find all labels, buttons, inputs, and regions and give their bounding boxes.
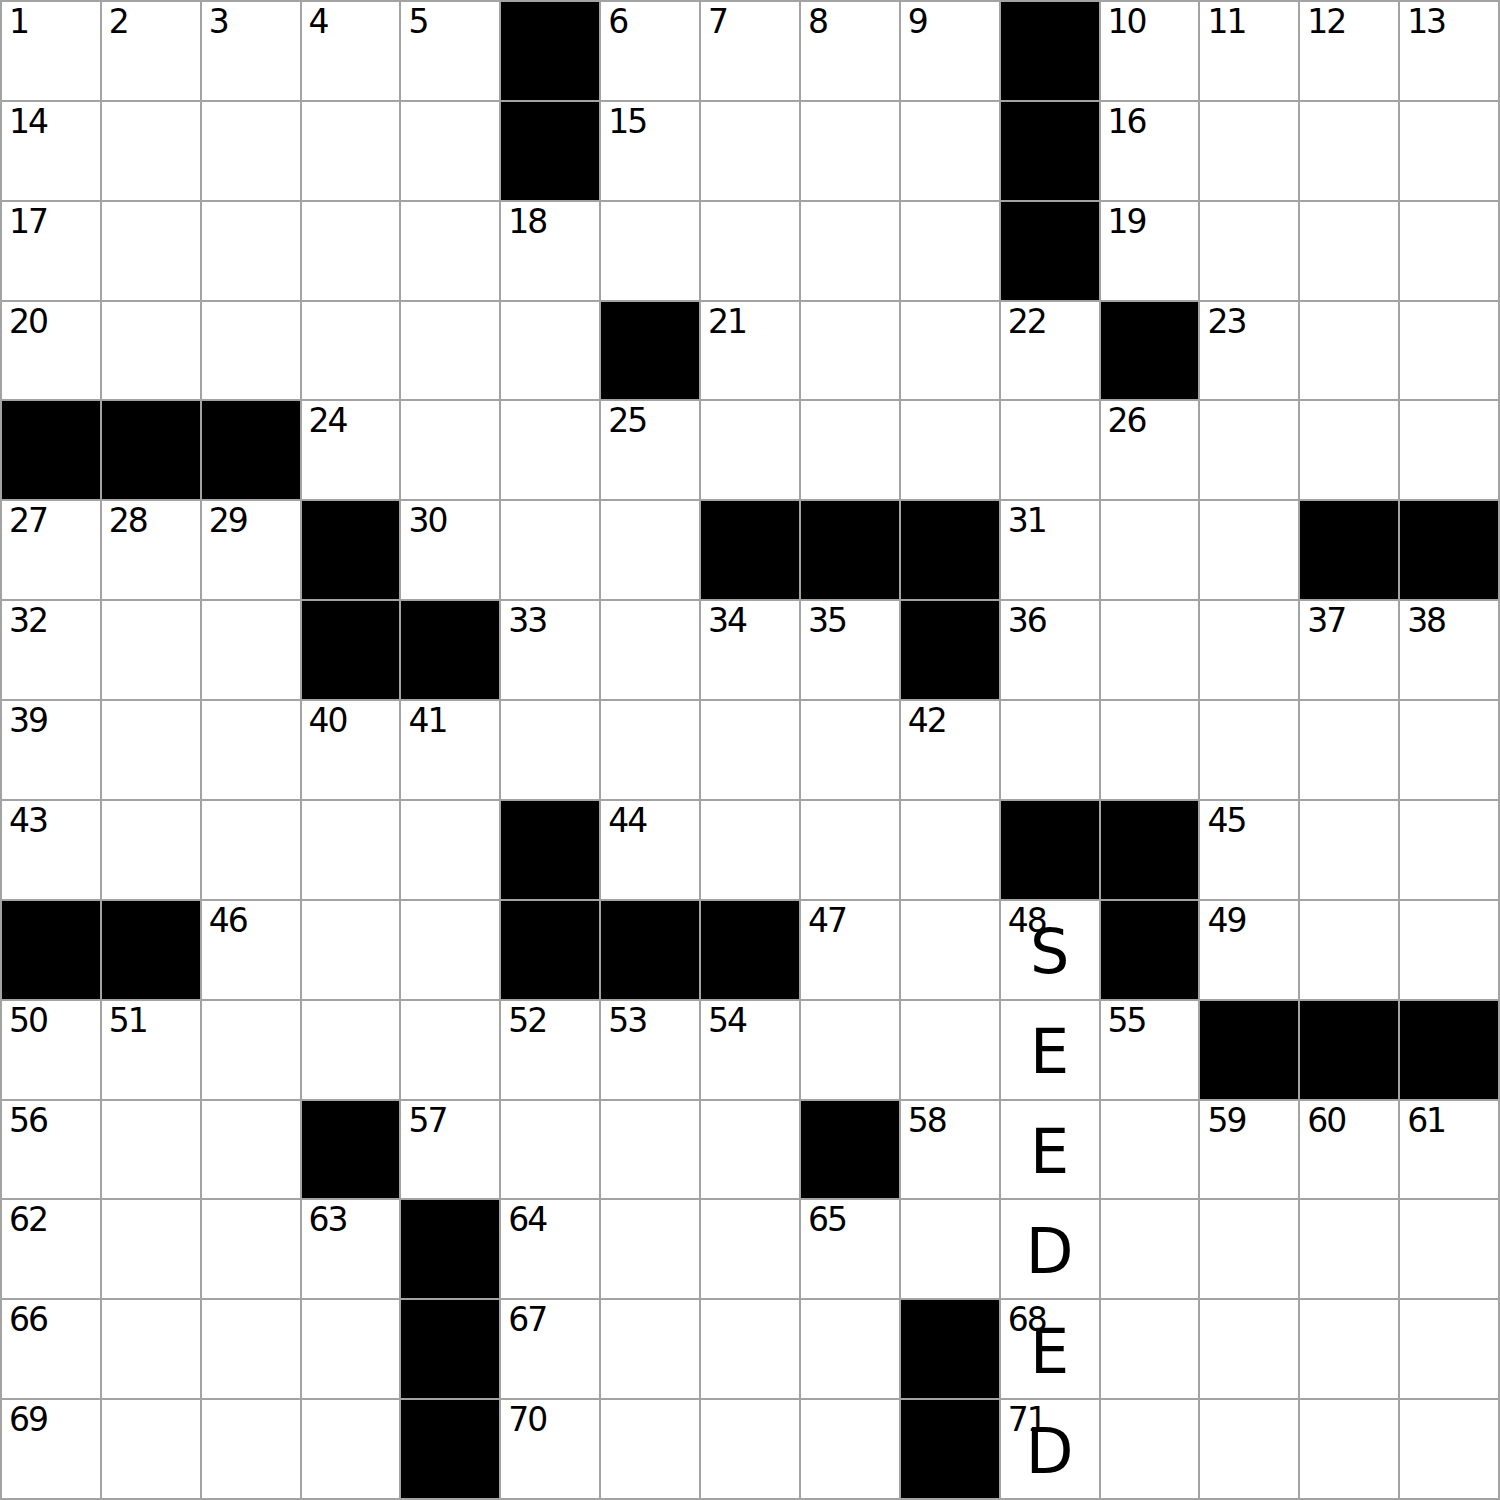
cell-r3-c0[interactable]: 20	[2, 302, 100, 400]
cell-r2-c7[interactable]	[701, 202, 799, 300]
cell-r3-c4[interactable]	[401, 302, 499, 400]
cell-r0-c11[interactable]: 10	[1101, 2, 1199, 100]
block-r11-c3	[302, 1101, 400, 1199]
clue-number-12: 12	[1307, 5, 1345, 40]
clue-number-67: 67	[508, 1303, 546, 1338]
fill-letter-r10-c10: E	[1001, 1001, 1099, 1099]
block-r3-c11	[1101, 302, 1199, 400]
cell-r12-c1[interactable]	[102, 1200, 200, 1298]
cell-r6-c1[interactable]	[102, 601, 200, 699]
cell-r7-c14[interactable]	[1400, 701, 1498, 799]
cell-r1-c12[interactable]	[1200, 102, 1298, 200]
cell-r14-c2[interactable]	[202, 1400, 300, 1498]
cell-r4-c5[interactable]	[501, 401, 599, 499]
cell-r9-c12[interactable]: 49	[1200, 901, 1298, 999]
cell-r5-c0[interactable]: 27	[2, 501, 100, 599]
cell-r6-c0[interactable]: 32	[2, 601, 100, 699]
cell-r3-c5[interactable]	[501, 302, 599, 400]
cell-r0-c12[interactable]: 11	[1200, 2, 1298, 100]
clue-number-42: 42	[908, 704, 946, 739]
cell-r1-c3[interactable]	[302, 102, 400, 200]
clue-number-45: 45	[1207, 804, 1245, 839]
cell-r5-c11[interactable]	[1101, 501, 1199, 599]
cell-r6-c7[interactable]: 34	[701, 601, 799, 699]
cell-r0-c7[interactable]: 7	[701, 2, 799, 100]
clue-number-35: 35	[808, 604, 846, 639]
cell-r11-c1[interactable]	[102, 1101, 200, 1199]
cell-r3-c9[interactable]	[901, 302, 999, 400]
cell-r0-c0[interactable]: 1	[2, 2, 100, 100]
cell-r4-c6[interactable]: 25	[601, 401, 699, 499]
clue-number-14: 14	[9, 105, 47, 140]
clue-number-31: 31	[1008, 504, 1046, 539]
cell-r12-c0[interactable]: 62	[2, 1200, 100, 1298]
clue-number-69: 69	[9, 1403, 47, 1438]
clue-number-6: 6	[608, 5, 627, 40]
cell-r10-c7[interactable]: 54	[701, 1001, 799, 1099]
block-r6-c3	[302, 601, 400, 699]
cell-r13-c10[interactable]: 68E	[1001, 1300, 1099, 1398]
clue-number-52: 52	[508, 1004, 546, 1039]
clue-number-27: 27	[9, 504, 47, 539]
cell-r7-c8[interactable]	[801, 701, 899, 799]
block-r14-c4	[401, 1400, 499, 1498]
clue-number-70: 70	[508, 1403, 546, 1438]
clue-number-62: 62	[9, 1203, 47, 1238]
cell-r10-c10[interactable]: E	[1001, 1001, 1099, 1099]
cell-r11-c7[interactable]	[701, 1101, 799, 1199]
cell-r1-c4[interactable]	[401, 102, 499, 200]
clue-number-36: 36	[1008, 604, 1046, 639]
clue-number-16: 16	[1108, 105, 1146, 140]
cell-r11-c10[interactable]: E	[1001, 1101, 1099, 1199]
block-r9-c7	[701, 901, 799, 999]
clue-number-34: 34	[708, 604, 746, 639]
cell-r0-c9[interactable]: 9	[901, 2, 999, 100]
cell-r11-c0[interactable]: 56	[2, 1101, 100, 1199]
block-r9-c0	[2, 901, 100, 999]
cell-r14-c1[interactable]	[102, 1400, 200, 1498]
cell-r12-c6[interactable]	[601, 1200, 699, 1298]
clue-number-40: 40	[309, 704, 347, 739]
clue-number-20: 20	[9, 305, 47, 340]
clue-number-49: 49	[1207, 904, 1245, 939]
cell-r12-c13[interactable]	[1300, 1200, 1398, 1298]
clue-number-53: 53	[608, 1004, 646, 1039]
cell-r6-c12[interactable]	[1200, 601, 1298, 699]
block-r10-c12	[1200, 1001, 1298, 1099]
block-r4-c2	[202, 401, 300, 499]
cell-r8-c3[interactable]	[302, 801, 400, 899]
cell-r13-c13[interactable]	[1300, 1300, 1398, 1398]
cell-r9-c2[interactable]: 46	[202, 901, 300, 999]
cell-r8-c9[interactable]	[901, 801, 999, 899]
block-r8-c5	[501, 801, 599, 899]
cell-r4-c9[interactable]	[901, 401, 999, 499]
clue-number-2: 2	[109, 5, 128, 40]
cell-r14-c6[interactable]	[601, 1400, 699, 1498]
clue-number-57: 57	[408, 1104, 446, 1139]
clue-number-13: 13	[1407, 5, 1445, 40]
cell-r14-c5[interactable]: 70	[501, 1400, 599, 1498]
cell-r6-c5[interactable]: 33	[501, 601, 599, 699]
block-r1-c10	[1001, 102, 1099, 200]
cell-r9-c9[interactable]	[901, 901, 999, 999]
clue-number-15: 15	[608, 105, 646, 140]
cell-r6-c8[interactable]: 35	[801, 601, 899, 699]
cell-r7-c2[interactable]	[202, 701, 300, 799]
block-r0-c5	[501, 2, 599, 100]
cell-r3-c1[interactable]	[102, 302, 200, 400]
cell-r6-c13[interactable]: 37	[1300, 601, 1398, 699]
cell-r7-c9[interactable]: 42	[901, 701, 999, 799]
cell-r7-c10[interactable]	[1001, 701, 1099, 799]
cell-r4-c13[interactable]	[1300, 401, 1398, 499]
cell-r5-c5[interactable]	[501, 501, 599, 599]
cell-r13-c7[interactable]	[701, 1300, 799, 1398]
cell-r8-c8[interactable]	[801, 801, 899, 899]
cell-r14-c14[interactable]	[1400, 1400, 1498, 1498]
cell-r7-c4[interactable]: 41	[401, 701, 499, 799]
cell-r7-c7[interactable]	[701, 701, 799, 799]
cell-r7-c11[interactable]	[1101, 701, 1199, 799]
cell-r3-c14[interactable]	[1400, 302, 1498, 400]
cell-r2-c4[interactable]	[401, 202, 499, 300]
cell-r1-c0[interactable]: 14	[2, 102, 100, 200]
cell-r1-c14[interactable]	[1400, 102, 1498, 200]
clue-number-58: 58	[908, 1104, 946, 1139]
cell-r2-c11[interactable]: 19	[1101, 202, 1199, 300]
cell-r7-c6[interactable]	[601, 701, 699, 799]
clue-number-11: 11	[1207, 5, 1245, 40]
cell-r1-c13[interactable]	[1300, 102, 1398, 200]
clue-number-25: 25	[608, 404, 646, 439]
cell-r12-c9[interactable]	[901, 1200, 999, 1298]
cell-r13-c3[interactable]	[302, 1300, 400, 1398]
clue-number-63: 63	[309, 1203, 347, 1238]
cell-r2-c0[interactable]: 17	[2, 202, 100, 300]
clue-number-29: 29	[209, 504, 247, 539]
block-r9-c5	[501, 901, 599, 999]
cell-r2-c1[interactable]	[102, 202, 200, 300]
cell-r7-c1[interactable]	[102, 701, 200, 799]
block-r11-c8	[801, 1101, 899, 1199]
cell-r14-c3[interactable]	[302, 1400, 400, 1498]
cell-r14-c13[interactable]	[1300, 1400, 1398, 1498]
cell-r12-c12[interactable]	[1200, 1200, 1298, 1298]
cell-r14-c11[interactable]	[1101, 1400, 1199, 1498]
cell-r2-c13[interactable]	[1300, 202, 1398, 300]
cell-r6-c10[interactable]: 36	[1001, 601, 1099, 699]
cell-r3-c10[interactable]: 22	[1001, 302, 1099, 400]
clue-number-46: 46	[209, 904, 247, 939]
cell-r11-c12[interactable]: 59	[1200, 1101, 1298, 1199]
block-r13-c4	[401, 1300, 499, 1398]
cell-r4-c8[interactable]	[801, 401, 899, 499]
cell-r13-c1[interactable]	[102, 1300, 200, 1398]
cell-r5-c12[interactable]	[1200, 501, 1298, 599]
clue-number-21: 21	[708, 305, 746, 340]
cell-r3-c7[interactable]: 21	[701, 302, 799, 400]
clue-number-44: 44	[608, 804, 646, 839]
cell-r3-c3[interactable]	[302, 302, 400, 400]
cell-r9-c13[interactable]	[1300, 901, 1398, 999]
cell-r10-c3[interactable]	[302, 1001, 400, 1099]
cell-r8-c2[interactable]	[202, 801, 300, 899]
cell-r5-c4[interactable]: 30	[401, 501, 499, 599]
cell-r10-c9[interactable]	[901, 1001, 999, 1099]
clue-number-3: 3	[209, 5, 228, 40]
cell-r8-c1[interactable]	[102, 801, 200, 899]
cell-r2-c5[interactable]: 18	[501, 202, 599, 300]
cell-r7-c0[interactable]: 39	[2, 701, 100, 799]
block-r12-c4	[401, 1200, 499, 1298]
cell-r2-c6[interactable]	[601, 202, 699, 300]
cell-r9-c14[interactable]	[1400, 901, 1498, 999]
clue-number-7: 7	[708, 5, 727, 40]
clue-number-39: 39	[9, 704, 47, 739]
cell-r12-c8[interactable]: 65	[801, 1200, 899, 1298]
cell-r14-c12[interactable]	[1200, 1400, 1298, 1498]
cell-r11-c9[interactable]: 58	[901, 1101, 999, 1199]
cell-r7-c3[interactable]: 40	[302, 701, 400, 799]
cell-r8-c12[interactable]: 45	[1200, 801, 1298, 899]
block-r3-c6	[601, 302, 699, 400]
cell-r4-c7[interactable]	[701, 401, 799, 499]
cell-r11-c6[interactable]	[601, 1101, 699, 1199]
block-r9-c1	[102, 901, 200, 999]
cell-r2-c14[interactable]	[1400, 202, 1498, 300]
cell-r9-c8[interactable]: 47	[801, 901, 899, 999]
cell-r2-c12[interactable]	[1200, 202, 1298, 300]
cell-r12-c11[interactable]	[1101, 1200, 1199, 1298]
block-r5-c13	[1300, 501, 1398, 599]
cell-r5-c10[interactable]: 31	[1001, 501, 1099, 599]
clue-number-56: 56	[9, 1104, 47, 1139]
cell-r11-c13[interactable]: 60	[1300, 1101, 1398, 1199]
clue-number-47: 47	[808, 904, 846, 939]
clue-number-10: 10	[1108, 5, 1146, 40]
clue-number-32: 32	[9, 604, 47, 639]
cell-r11-c2[interactable]	[202, 1101, 300, 1199]
clue-number-41: 41	[408, 704, 446, 739]
cell-r4-c4[interactable]	[401, 401, 499, 499]
clue-number-43: 43	[9, 804, 47, 839]
cell-r10-c8[interactable]	[801, 1001, 899, 1099]
clue-number-60: 60	[1307, 1104, 1345, 1139]
fill-letter-r13-c10: E	[1001, 1300, 1099, 1398]
clue-number-5: 5	[408, 5, 427, 40]
clue-number-9: 9	[908, 5, 927, 40]
cell-r10-c4[interactable]	[401, 1001, 499, 1099]
cell-r3-c12[interactable]: 23	[1200, 302, 1298, 400]
cell-r0-c14[interactable]: 13	[1400, 2, 1498, 100]
block-r10-c14	[1400, 1001, 1498, 1099]
cell-r13-c11[interactable]	[1101, 1300, 1199, 1398]
cell-r11-c11[interactable]	[1101, 1101, 1199, 1199]
block-r8-c11	[1101, 801, 1199, 899]
cell-r8-c0[interactable]: 43	[2, 801, 100, 899]
cell-r12-c5[interactable]: 64	[501, 1200, 599, 1298]
cell-r10-c6[interactable]: 53	[601, 1001, 699, 1099]
cell-r10-c5[interactable]: 52	[501, 1001, 599, 1099]
clue-number-23: 23	[1207, 305, 1245, 340]
cell-r8-c4[interactable]	[401, 801, 499, 899]
block-r5-c14	[1400, 501, 1498, 599]
fill-letter-r11-c10: E	[1001, 1101, 1099, 1199]
cell-r8-c14[interactable]	[1400, 801, 1498, 899]
cell-r13-c8[interactable]	[801, 1300, 899, 1398]
cell-r1-c11[interactable]: 16	[1101, 102, 1199, 200]
cell-r6-c2[interactable]	[202, 601, 300, 699]
clue-number-59: 59	[1207, 1104, 1245, 1139]
block-r5-c8	[801, 501, 899, 599]
cell-r13-c5[interactable]: 67	[501, 1300, 599, 1398]
cell-r3-c2[interactable]	[202, 302, 300, 400]
block-r10-c13	[1300, 1001, 1398, 1099]
clue-number-1: 1	[9, 5, 28, 40]
cell-r10-c11[interactable]: 55	[1101, 1001, 1199, 1099]
cell-r14-c8[interactable]	[801, 1400, 899, 1498]
cell-r8-c13[interactable]	[1300, 801, 1398, 899]
cell-r7-c13[interactable]	[1300, 701, 1398, 799]
cell-r12-c10[interactable]: D	[1001, 1200, 1099, 1298]
clue-number-37: 37	[1307, 604, 1345, 639]
block-r9-c6	[601, 901, 699, 999]
cell-r3-c8[interactable]	[801, 302, 899, 400]
clue-number-33: 33	[508, 604, 546, 639]
block-r6-c4	[401, 601, 499, 699]
clue-number-18: 18	[508, 205, 546, 240]
cell-r10-c1[interactable]: 51	[102, 1001, 200, 1099]
cell-r13-c6[interactable]	[601, 1300, 699, 1398]
block-r0-c10	[1001, 2, 1099, 100]
cell-r13-c12[interactable]	[1200, 1300, 1298, 1398]
cell-r6-c11[interactable]	[1101, 601, 1199, 699]
clue-number-24: 24	[309, 404, 347, 439]
cell-r0-c13[interactable]: 12	[1300, 2, 1398, 100]
cell-r14-c10[interactable]: 71D	[1001, 1400, 1099, 1498]
block-r5-c3	[302, 501, 400, 599]
clue-number-4: 4	[309, 5, 328, 40]
cell-r9-c4[interactable]	[401, 901, 499, 999]
cell-r12-c7[interactable]	[701, 1200, 799, 1298]
cell-r1-c6[interactable]: 15	[601, 102, 699, 200]
cell-r14-c7[interactable]	[701, 1400, 799, 1498]
cell-r2-c2[interactable]	[202, 202, 300, 300]
cell-r8-c7[interactable]	[701, 801, 799, 899]
block-r13-c9	[901, 1300, 999, 1398]
cell-r11-c14[interactable]: 61	[1400, 1101, 1498, 1199]
clue-number-26: 26	[1108, 404, 1146, 439]
cell-r7-c5[interactable]	[501, 701, 599, 799]
cell-r5-c2[interactable]: 29	[202, 501, 300, 599]
fill-letter-r9-c10: S	[1001, 901, 1099, 999]
cell-r2-c8[interactable]	[801, 202, 899, 300]
block-r6-c9	[901, 601, 999, 699]
cell-r3-c13[interactable]	[1300, 302, 1398, 400]
clue-number-61: 61	[1407, 1104, 1445, 1139]
cell-r5-c6[interactable]	[601, 501, 699, 599]
block-r1-c5	[501, 102, 599, 200]
cell-r13-c14[interactable]	[1400, 1300, 1498, 1398]
cell-r0-c3[interactable]: 4	[302, 2, 400, 100]
cell-r10-c0[interactable]: 50	[2, 1001, 100, 1099]
block-r14-c9	[901, 1400, 999, 1498]
clue-number-51: 51	[109, 1004, 147, 1039]
cell-r9-c3[interactable]	[302, 901, 400, 999]
cell-r14-c0[interactable]: 69	[2, 1400, 100, 1498]
clue-number-19: 19	[1108, 205, 1146, 240]
cell-r11-c5[interactable]	[501, 1101, 599, 1199]
clue-number-38: 38	[1407, 604, 1445, 639]
cell-r1-c8[interactable]	[801, 102, 899, 200]
block-r9-c11	[1101, 901, 1199, 999]
cell-r2-c9[interactable]	[901, 202, 999, 300]
block-r4-c0	[2, 401, 100, 499]
cell-r0-c6[interactable]: 6	[601, 2, 699, 100]
cell-r1-c2[interactable]	[202, 102, 300, 200]
cell-r4-c12[interactable]	[1200, 401, 1298, 499]
cell-r6-c6[interactable]	[601, 601, 699, 699]
cell-r13-c0[interactable]: 66	[2, 1300, 100, 1398]
cell-r0-c4[interactable]: 5	[401, 2, 499, 100]
cell-r1-c7[interactable]	[701, 102, 799, 200]
cell-r12-c14[interactable]	[1400, 1200, 1498, 1298]
fill-letter-r14-c10: D	[1001, 1400, 1099, 1498]
cell-r4-c3[interactable]: 24	[302, 401, 400, 499]
block-r5-c7	[701, 501, 799, 599]
cell-r12-c2[interactable]	[202, 1200, 300, 1298]
cell-r12-c3[interactable]: 63	[302, 1200, 400, 1298]
clue-number-55: 55	[1108, 1004, 1146, 1039]
cell-r13-c2[interactable]	[202, 1300, 300, 1398]
block-r5-c9	[901, 501, 999, 599]
cell-r0-c8[interactable]: 8	[801, 2, 899, 100]
cell-r5-c1[interactable]: 28	[102, 501, 200, 599]
cell-r1-c1[interactable]	[102, 102, 200, 200]
block-r8-c10	[1001, 801, 1099, 899]
cell-r2-c3[interactable]	[302, 202, 400, 300]
clue-number-8: 8	[808, 5, 827, 40]
clue-number-22: 22	[1008, 305, 1046, 340]
block-r4-c1	[102, 401, 200, 499]
clue-number-65: 65	[808, 1203, 846, 1238]
clue-number-54: 54	[708, 1004, 746, 1039]
clue-number-28: 28	[109, 504, 147, 539]
clue-number-66: 66	[9, 1303, 47, 1338]
cell-r4-c11[interactable]: 26	[1101, 401, 1199, 499]
clue-number-64: 64	[508, 1203, 546, 1238]
block-r2-c10	[1001, 202, 1099, 300]
cell-r10-c2[interactable]	[202, 1001, 300, 1099]
cell-r8-c6[interactable]: 44	[601, 801, 699, 899]
cell-r4-c10[interactable]	[1001, 401, 1099, 499]
cell-r11-c4[interactable]: 57	[401, 1101, 499, 1199]
clue-number-50: 50	[9, 1004, 47, 1039]
cell-r0-c2[interactable]: 3	[202, 2, 300, 100]
cell-r9-c10[interactable]: 48S	[1001, 901, 1099, 999]
cell-r0-c1[interactable]: 2	[102, 2, 200, 100]
crossword-board: 1234567891011121314151617181920212223242…	[0, 0, 1500, 1500]
clue-number-17: 17	[9, 205, 47, 240]
cell-r4-c14[interactable]	[1400, 401, 1498, 499]
fill-letter-r12-c10: D	[1001, 1200, 1099, 1298]
cell-r6-c14[interactable]: 38	[1400, 601, 1498, 699]
cell-r7-c12[interactable]	[1200, 701, 1298, 799]
clue-number-30: 30	[408, 504, 446, 539]
cell-r1-c9[interactable]	[901, 102, 999, 200]
